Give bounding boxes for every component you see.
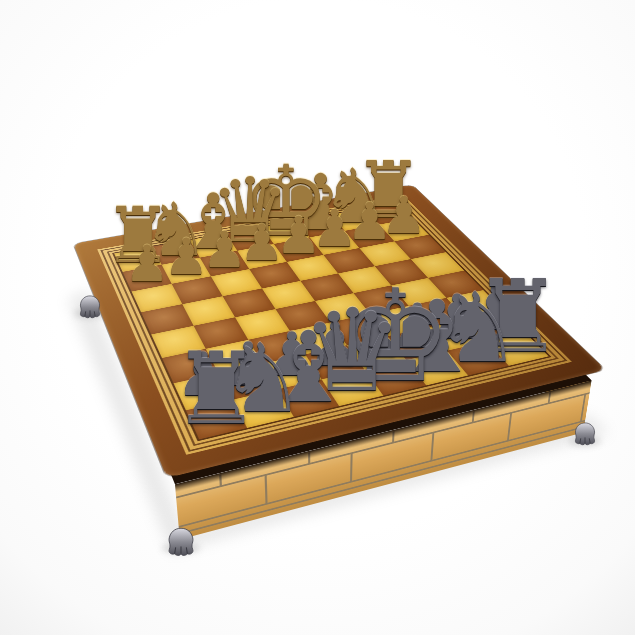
square-g6: [409, 298, 466, 328]
square-h8: [487, 333, 549, 366]
square-f7: [388, 328, 447, 360]
square-c6: [248, 331, 305, 364]
square-b8: [232, 389, 293, 428]
square-d7: [305, 345, 364, 379]
square-b7: [219, 364, 278, 400]
square-d6: [290, 322, 347, 354]
square-e8: [364, 360, 426, 396]
square-b5: [194, 317, 249, 348]
board-3d-world: [73, 185, 605, 478]
photo-stage: Gilt and silvered metal figural chess se…: [0, 0, 635, 635]
square-d8: [322, 370, 384, 407]
square-e6: [330, 314, 387, 345]
square-a4: [141, 304, 194, 334]
square-a7: [174, 373, 233, 410]
square-g7: [427, 319, 486, 351]
square-a5: [151, 326, 206, 358]
square-b6: [206, 340, 263, 374]
square-c5: [235, 309, 290, 340]
square-f8: [406, 351, 468, 386]
square-a8: [186, 400, 247, 440]
square-c8: [278, 379, 340, 417]
square-f6: [370, 306, 427, 336]
square-e7: [347, 336, 406, 369]
square-d5: [276, 301, 331, 331]
square-a6: [162, 349, 219, 383]
square-c7: [262, 354, 321, 389]
square-h7: [466, 311, 526, 342]
square-g8: [447, 342, 509, 376]
chess-set-scene: [100, 86, 530, 516]
